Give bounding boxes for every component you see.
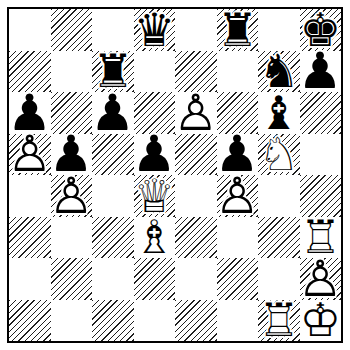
black-knight-icon: ♞♞	[258, 51, 300, 93]
piece-halo: ♞	[258, 51, 300, 93]
piece-halo: ♞	[258, 134, 300, 176]
black-rook-icon: ♜♜	[217, 9, 259, 51]
piece-glyph: ♗	[134, 217, 176, 259]
square-f4[interactable]: ♟♙	[217, 175, 259, 217]
square-c1[interactable]	[92, 300, 134, 342]
white-rook-icon: ♜♖	[258, 300, 300, 342]
square-e3[interactable]	[175, 217, 217, 259]
square-e4[interactable]	[175, 175, 217, 217]
black-pawn-icon: ♟♟	[51, 134, 93, 176]
piece-glyph: ♔	[300, 300, 342, 342]
square-h7[interactable]: ♟♟	[300, 51, 342, 93]
square-c7[interactable]: ♜♜	[92, 51, 134, 93]
piece-halo: ♛	[134, 9, 176, 51]
piece-halo: ♜	[217, 9, 259, 51]
chess-diagram: ♛♛♜♜♚♚♜♜♞♞♟♟♟♟♟♟♟♙♝♝♟♙♟♟♟♟♟♟♞♘♟♙♛♕♟♙♝♗♜♖…	[0, 0, 350, 350]
square-e8[interactable]	[175, 9, 217, 51]
white-pawn-icon: ♟♙	[9, 134, 51, 176]
piece-glyph: ♕	[134, 175, 176, 217]
chess-board: ♛♛♜♜♚♚♜♜♞♞♟♟♟♟♟♟♟♙♝♝♟♙♟♟♟♟♟♟♞♘♟♙♛♕♟♙♝♗♜♖…	[9, 9, 341, 341]
square-f3[interactable]	[217, 217, 259, 259]
square-g6[interactable]: ♝♝	[258, 92, 300, 134]
piece-glyph: ♚	[300, 9, 342, 51]
white-pawn-icon: ♟♙	[175, 92, 217, 134]
square-c3[interactable]	[92, 217, 134, 259]
piece-halo: ♜	[258, 300, 300, 342]
piece-glyph: ♘	[258, 134, 300, 176]
piece-halo: ♚	[300, 300, 342, 342]
square-d3[interactable]: ♝♗	[134, 217, 176, 259]
square-g1[interactable]: ♜♖	[258, 300, 300, 342]
piece-glyph: ♙	[175, 92, 217, 134]
square-e5[interactable]	[175, 134, 217, 176]
black-pawn-icon: ♟♟	[92, 92, 134, 134]
square-b4[interactable]: ♟♙	[51, 175, 93, 217]
white-king-icon: ♚♔	[300, 300, 342, 342]
square-g4[interactable]	[258, 175, 300, 217]
piece-glyph: ♙	[9, 134, 51, 176]
piece-halo: ♟	[51, 134, 93, 176]
piece-halo: ♜	[300, 217, 342, 259]
square-d5[interactable]: ♟♟	[134, 134, 176, 176]
piece-halo: ♟	[9, 134, 51, 176]
square-e7[interactable]	[175, 51, 217, 93]
white-pawn-icon: ♟♙	[300, 258, 342, 300]
piece-glyph: ♖	[300, 217, 342, 259]
piece-glyph: ♙	[217, 175, 259, 217]
square-d8[interactable]: ♛♛	[134, 9, 176, 51]
piece-halo: ♟	[9, 92, 51, 134]
piece-glyph: ♛	[134, 9, 176, 51]
black-bishop-icon: ♝♝	[258, 92, 300, 134]
square-h1[interactable]: ♚♔	[300, 300, 342, 342]
piece-glyph: ♟	[300, 51, 342, 93]
square-d4[interactable]: ♛♕	[134, 175, 176, 217]
square-d2[interactable]	[134, 258, 176, 300]
black-queen-icon: ♛♛	[134, 9, 176, 51]
square-g7[interactable]: ♞♞	[258, 51, 300, 93]
square-b3[interactable]	[51, 217, 93, 259]
square-a8[interactable]	[9, 9, 51, 51]
square-a3[interactable]	[9, 217, 51, 259]
square-c2[interactable]	[92, 258, 134, 300]
piece-glyph: ♟	[9, 92, 51, 134]
square-f6[interactable]	[217, 92, 259, 134]
piece-halo: ♟	[217, 134, 259, 176]
square-a6[interactable]: ♟♟	[9, 92, 51, 134]
piece-halo: ♝	[134, 217, 176, 259]
white-rook-icon: ♜♖	[300, 217, 342, 259]
square-h2[interactable]: ♟♙	[300, 258, 342, 300]
square-g5[interactable]: ♞♘	[258, 134, 300, 176]
piece-glyph: ♙	[51, 175, 93, 217]
square-c8[interactable]	[92, 9, 134, 51]
square-c4[interactable]	[92, 175, 134, 217]
square-b2[interactable]	[51, 258, 93, 300]
square-a1[interactable]	[9, 300, 51, 342]
square-g2[interactable]	[258, 258, 300, 300]
square-f5[interactable]: ♟♟	[217, 134, 259, 176]
piece-glyph: ♖	[258, 300, 300, 342]
square-b8[interactable]	[51, 9, 93, 51]
square-d6[interactable]	[134, 92, 176, 134]
square-h6[interactable]	[300, 92, 342, 134]
piece-halo: ♟	[175, 92, 217, 134]
square-a5[interactable]: ♟♙	[9, 134, 51, 176]
piece-halo: ♟	[217, 175, 259, 217]
black-pawn-icon: ♟♟	[9, 92, 51, 134]
piece-glyph: ♜	[217, 9, 259, 51]
black-rook-icon: ♜♜	[92, 51, 134, 93]
square-d1[interactable]	[134, 300, 176, 342]
square-a7[interactable]	[9, 51, 51, 93]
square-g8[interactable]	[258, 9, 300, 51]
white-queen-icon: ♛♕	[134, 175, 176, 217]
square-f2[interactable]	[217, 258, 259, 300]
piece-halo: ♟	[92, 92, 134, 134]
piece-glyph: ♜	[92, 51, 134, 93]
square-h5[interactable]	[300, 134, 342, 176]
square-h3[interactable]: ♜♖	[300, 217, 342, 259]
white-knight-icon: ♞♘	[258, 134, 300, 176]
piece-glyph: ♟	[134, 134, 176, 176]
piece-halo: ♟	[300, 258, 342, 300]
square-e6[interactable]: ♟♙	[175, 92, 217, 134]
square-a2[interactable]	[9, 258, 51, 300]
square-b1[interactable]	[51, 300, 93, 342]
piece-halo: ♟	[134, 134, 176, 176]
piece-glyph: ♙	[300, 258, 342, 300]
piece-glyph: ♞	[258, 51, 300, 93]
square-h4[interactable]	[300, 175, 342, 217]
square-b7[interactable]	[51, 51, 93, 93]
piece-halo: ♟	[51, 175, 93, 217]
square-f8[interactable]: ♜♜	[217, 9, 259, 51]
piece-halo: ♜	[92, 51, 134, 93]
white-pawn-icon: ♟♙	[217, 175, 259, 217]
square-h8[interactable]: ♚♚	[300, 9, 342, 51]
square-d7[interactable]	[134, 51, 176, 93]
square-e2[interactable]	[175, 258, 217, 300]
square-c6[interactable]: ♟♟	[92, 92, 134, 134]
white-pawn-icon: ♟♙	[51, 175, 93, 217]
white-bishop-icon: ♝♗	[134, 217, 176, 259]
square-b5[interactable]: ♟♟	[51, 134, 93, 176]
black-king-icon: ♚♚	[300, 9, 342, 51]
black-pawn-icon: ♟♟	[217, 134, 259, 176]
square-g3[interactable]	[258, 217, 300, 259]
board-frame: ♛♛♜♜♚♚♜♜♞♞♟♟♟♟♟♟♟♙♝♝♟♙♟♟♟♟♟♟♞♘♟♙♛♕♟♙♝♗♜♖…	[7, 7, 343, 343]
square-f1[interactable]	[217, 300, 259, 342]
piece-halo: ♚	[300, 9, 342, 51]
black-pawn-icon: ♟♟	[134, 134, 176, 176]
black-pawn-icon: ♟♟	[300, 51, 342, 93]
square-c5[interactable]	[92, 134, 134, 176]
piece-glyph: ♝	[258, 92, 300, 134]
piece-glyph: ♟	[51, 134, 93, 176]
square-b6[interactable]	[51, 92, 93, 134]
piece-halo: ♟	[300, 51, 342, 93]
piece-glyph: ♟	[217, 134, 259, 176]
piece-halo: ♝	[258, 92, 300, 134]
square-a4[interactable]	[9, 175, 51, 217]
square-f7[interactable]	[217, 51, 259, 93]
piece-glyph: ♟	[92, 92, 134, 134]
square-e1[interactable]	[175, 300, 217, 342]
piece-halo: ♛	[134, 175, 176, 217]
